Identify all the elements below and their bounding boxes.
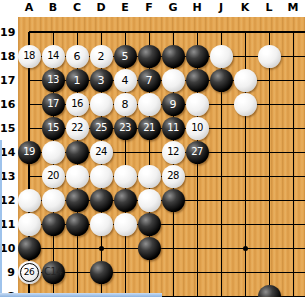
stone-D16[interactable] xyxy=(90,93,113,116)
move-number: 25 xyxy=(95,123,107,133)
stone-F12[interactable] xyxy=(138,189,161,212)
stone-D9[interactable] xyxy=(90,261,113,284)
stone-C16[interactable]: 16 xyxy=(66,93,89,116)
move-number: 28 xyxy=(167,171,179,181)
stone-G13[interactable]: 28 xyxy=(162,165,185,188)
coord-label-row-11: 11 xyxy=(0,219,15,230)
stone-B9[interactable]: C14 xyxy=(42,261,65,284)
move-number: 17 xyxy=(47,99,59,109)
coord-label-col-J: J xyxy=(219,2,223,13)
move-number: 14 xyxy=(47,51,59,61)
move-number: 10 xyxy=(191,123,203,133)
window-edge-left xyxy=(0,140,2,297)
move-number: 16 xyxy=(71,99,83,109)
move-number: 2 xyxy=(98,51,105,62)
stone-E11[interactable] xyxy=(114,213,137,236)
stone-D15[interactable]: 25 xyxy=(90,117,113,140)
move-number: 3 xyxy=(98,75,105,86)
stone-D11[interactable] xyxy=(90,213,113,236)
stone-H14[interactable]: 27 xyxy=(186,141,209,164)
stone-F17[interactable]: 7 xyxy=(138,69,161,92)
stone-C18[interactable]: 6 xyxy=(66,45,89,68)
stone-J17[interactable] xyxy=(210,69,233,92)
stone-J18[interactable] xyxy=(210,45,233,68)
stone-G12[interactable] xyxy=(162,189,185,212)
move-number: 13 xyxy=(47,75,59,85)
move-number: 26 xyxy=(20,263,39,282)
move-number: 4 xyxy=(122,75,129,86)
stone-B15[interactable]: 15 xyxy=(42,117,65,140)
stone-D17[interactable]: 3 xyxy=(90,69,113,92)
coord-label-col-A: A xyxy=(25,2,34,13)
stone-E17[interactable]: 4 xyxy=(114,69,137,92)
stone-G17[interactable] xyxy=(162,69,185,92)
stone-A10[interactable] xyxy=(18,237,41,260)
stone-G16[interactable]: 9 xyxy=(162,93,185,116)
stone-label: C14 xyxy=(44,267,62,277)
coord-label-row-16: 16 xyxy=(0,99,15,110)
move-number: 24 xyxy=(95,147,107,157)
coord-label-col-D: D xyxy=(96,2,105,13)
move-number: 1 xyxy=(74,75,81,86)
stone-C13[interactable] xyxy=(66,165,89,188)
move-number: 21 xyxy=(143,123,155,133)
coord-label-row-18: 18 xyxy=(0,51,15,62)
board-grid[interactable]: 1814625131347171689152225232111101924122… xyxy=(17,20,305,297)
coord-label-row-17: 17 xyxy=(0,75,15,86)
coord-label-col-K: K xyxy=(241,2,250,13)
stone-A11[interactable] xyxy=(18,213,41,236)
stone-H15[interactable]: 10 xyxy=(186,117,209,140)
move-number: 11 xyxy=(167,123,179,133)
stone-C17[interactable]: 1 xyxy=(66,69,89,92)
coord-label-col-B: B xyxy=(49,2,57,13)
coord-label-col-C: C xyxy=(73,2,81,13)
stone-E18[interactable]: 5 xyxy=(114,45,137,68)
move-number: 23 xyxy=(119,123,131,133)
stone-E16[interactable]: 8 xyxy=(114,93,137,116)
coord-label-row-13: 13 xyxy=(0,171,15,182)
star-point-D10 xyxy=(99,246,104,251)
stone-B13[interactable]: 20 xyxy=(42,165,65,188)
stone-C11[interactable] xyxy=(66,213,89,236)
stone-B17[interactable]: 13 xyxy=(42,69,65,92)
move-number: 22 xyxy=(71,123,83,133)
stone-B16[interactable]: 17 xyxy=(42,93,65,116)
coord-label-col-M: M xyxy=(288,2,299,13)
stone-F15[interactable]: 21 xyxy=(138,117,161,140)
coord-label-row-9: 9 xyxy=(0,267,15,278)
stone-H18[interactable] xyxy=(186,45,209,68)
move-number: 8 xyxy=(122,99,129,110)
coord-label-col-H: H xyxy=(192,2,201,13)
stone-B14[interactable] xyxy=(42,141,65,164)
stone-D13[interactable] xyxy=(90,165,113,188)
stone-E15[interactable]: 23 xyxy=(114,117,137,140)
stone-L18[interactable] xyxy=(258,45,281,68)
stone-G14[interactable]: 12 xyxy=(162,141,185,164)
stone-C15[interactable]: 22 xyxy=(66,117,89,140)
stone-B18[interactable]: 14 xyxy=(42,45,65,68)
stone-D14[interactable]: 24 xyxy=(90,141,113,164)
coord-label-col-G: G xyxy=(168,2,177,13)
stone-F13[interactable] xyxy=(138,165,161,188)
coord-label-row-19: 19 xyxy=(0,27,15,38)
stone-K17[interactable] xyxy=(234,69,257,92)
stone-D12[interactable] xyxy=(90,189,113,212)
stone-D18[interactable]: 2 xyxy=(90,45,113,68)
move-number: 27 xyxy=(191,147,203,157)
move-number: 12 xyxy=(167,147,179,157)
stone-C12[interactable] xyxy=(66,189,89,212)
star-point-K10 xyxy=(243,246,248,251)
coord-label-col-L: L xyxy=(265,2,272,13)
move-number: 15 xyxy=(47,123,59,133)
stone-E13[interactable] xyxy=(114,165,137,188)
move-number: 19 xyxy=(23,147,35,157)
move-number: 6 xyxy=(74,51,81,62)
coord-label-col-E: E xyxy=(121,2,129,13)
stone-E12[interactable] xyxy=(114,189,137,212)
move-number: 7 xyxy=(146,75,153,86)
stone-H17[interactable] xyxy=(186,69,209,92)
stone-F16[interactable] xyxy=(138,93,161,116)
coord-label-row-14: 14 xyxy=(0,147,15,158)
stone-A9[interactable]: 26 xyxy=(18,261,41,284)
move-number: 9 xyxy=(170,99,177,110)
stone-L8[interactable] xyxy=(258,285,281,297)
stone-B12[interactable] xyxy=(42,189,65,212)
stone-A12[interactable] xyxy=(18,189,41,212)
go-board-diagram: ABCDEFGHJKLM 1918171615141312111098 1814… xyxy=(0,0,305,297)
stone-H16[interactable] xyxy=(186,93,209,116)
stone-G15[interactable]: 11 xyxy=(162,117,185,140)
stone-B11[interactable] xyxy=(42,213,65,236)
move-number: 5 xyxy=(122,51,129,62)
stone-C14[interactable] xyxy=(66,141,89,164)
coord-label-row-15: 15 xyxy=(0,123,15,134)
coord-label-col-F: F xyxy=(145,2,153,13)
move-number: 20 xyxy=(47,171,59,181)
coord-label-row-10: 10 xyxy=(0,243,15,254)
stone-K16[interactable] xyxy=(234,93,257,116)
stone-F10[interactable] xyxy=(138,237,161,260)
stone-A14[interactable]: 19 xyxy=(18,141,41,164)
stone-F18[interactable] xyxy=(138,45,161,68)
stone-G18[interactable] xyxy=(162,45,185,68)
move-number: 18 xyxy=(23,51,35,61)
stone-F11[interactable] xyxy=(138,213,161,236)
window-edge-bottom xyxy=(0,293,162,297)
stone-A18[interactable]: 18 xyxy=(18,45,41,68)
coord-label-row-12: 12 xyxy=(0,195,15,206)
